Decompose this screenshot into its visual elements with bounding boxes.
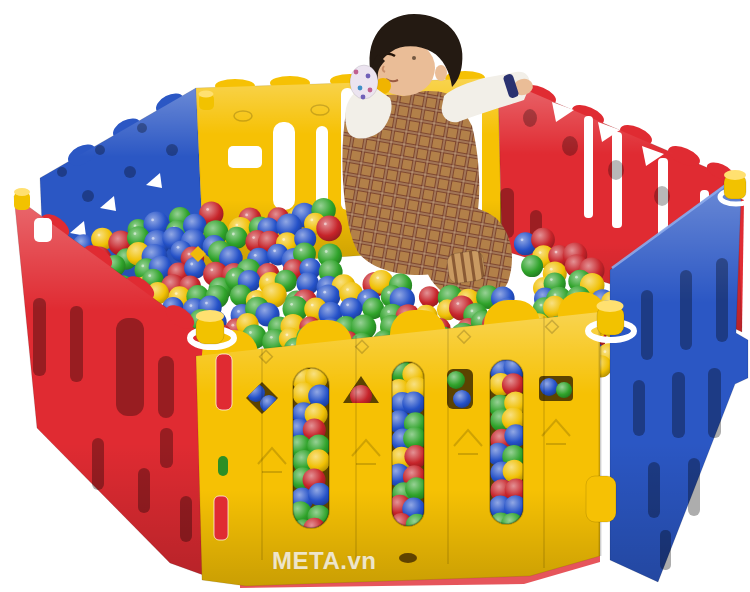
- child-mitten: [350, 65, 378, 99]
- playpen-scene: [0, 0, 750, 592]
- panel-bottom-hole: [399, 553, 417, 563]
- panel-hole: [273, 122, 295, 210]
- child-shoe: [446, 250, 486, 285]
- knob-front-left: [190, 310, 234, 347]
- watermark-text: META.vn: [272, 547, 376, 575]
- knob-far-left: [14, 188, 30, 210]
- knob-back-left: [199, 91, 215, 111]
- child-ear: [435, 65, 447, 81]
- panel-hole: [34, 218, 52, 242]
- panel-hinge-tab: [586, 476, 616, 522]
- photo-canvas: META.vn: [0, 0, 750, 592]
